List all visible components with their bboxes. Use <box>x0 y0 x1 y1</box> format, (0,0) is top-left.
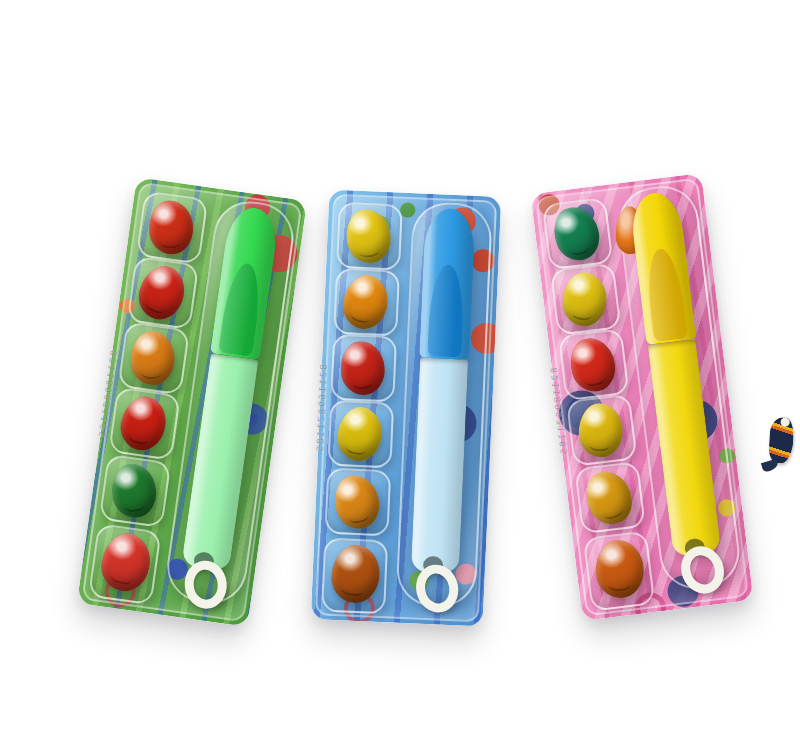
candy <box>579 465 639 531</box>
parrot-graphic <box>768 417 794 464</box>
blister-bubble <box>550 262 622 335</box>
candy <box>339 340 386 397</box>
blister-pack-blue: 8211698Z118S <box>311 189 502 626</box>
candy <box>578 403 623 458</box>
candy <box>96 529 156 596</box>
blister-bubble <box>108 386 181 460</box>
candy <box>330 471 383 532</box>
pen-cap <box>419 208 475 360</box>
candy <box>115 391 172 455</box>
blister-bubble <box>136 190 209 264</box>
blister-bubble <box>542 197 614 270</box>
blister-bubble <box>88 523 162 605</box>
candy <box>149 200 194 255</box>
blister-bubble <box>99 454 172 528</box>
blister-bubble <box>566 393 638 466</box>
blister-bubble <box>127 256 200 330</box>
blister-bubble <box>336 202 403 271</box>
candy <box>565 334 620 397</box>
blister-bubble <box>324 468 391 537</box>
candy <box>328 542 383 606</box>
candy <box>595 539 645 599</box>
blister-bubble <box>327 400 394 469</box>
pen-body <box>411 358 468 574</box>
blister-bubble <box>558 328 630 401</box>
pen-tip <box>427 264 465 357</box>
candy <box>333 403 386 464</box>
pen-tip <box>643 247 688 342</box>
blister-bubble <box>583 530 656 611</box>
candy <box>344 207 394 266</box>
candy <box>548 202 605 266</box>
candy <box>130 330 176 386</box>
candy <box>110 462 159 520</box>
candy <box>132 260 192 326</box>
blister-bubble <box>574 461 646 534</box>
blister-pack-pink: 8211898Z118S <box>530 173 753 621</box>
blister-bubble <box>330 334 397 403</box>
pen-tip <box>218 261 264 357</box>
photo-canvas: 8211898Z118S 8211698Z118S <box>0 0 800 753</box>
blister-pack-green: 8211898Z118S <box>77 177 307 627</box>
blister-bubble <box>117 321 190 395</box>
candy <box>560 270 609 328</box>
candy <box>338 270 394 333</box>
blister-bubble <box>333 268 400 337</box>
blister-bubble <box>321 538 388 615</box>
